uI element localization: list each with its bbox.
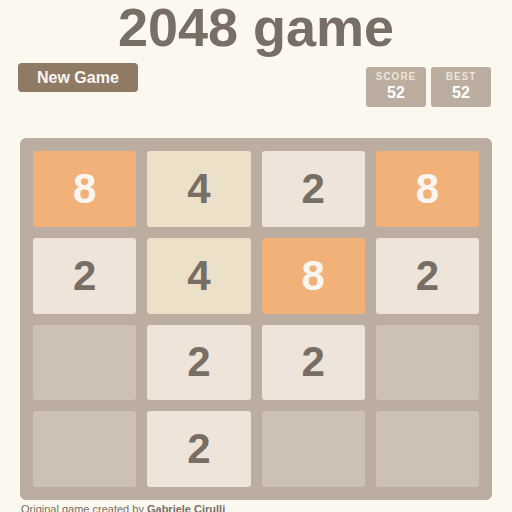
score-panel: SCORE 52 BEST 52 <box>366 67 491 107</box>
empty-cell <box>33 411 136 487</box>
empty-cell <box>262 411 365 487</box>
tile-2: 2 <box>147 411 250 487</box>
score-box: SCORE 52 <box>366 67 426 107</box>
footer-credit: Original game created by Gabriele Cirull… <box>21 503 225 512</box>
empty-cell <box>376 325 479 401</box>
best-box: BEST 52 <box>431 67 491 107</box>
empty-cell <box>376 411 479 487</box>
board[interactable]: 84282482222 <box>20 138 492 500</box>
tile-2: 2 <box>147 325 250 401</box>
best-value: 52 <box>452 83 470 102</box>
footer-link[interactable]: Gabriele Cirulli <box>147 503 225 512</box>
new-game-button[interactable]: New Game <box>18 63 138 92</box>
page-title: 2048 game <box>0 0 512 55</box>
tile-4: 4 <box>147 238 250 314</box>
footer-text: Original game created by <box>21 503 147 512</box>
tile-2: 2 <box>262 325 365 401</box>
tile-8: 8 <box>262 238 365 314</box>
empty-cell <box>33 325 136 401</box>
tile-2: 2 <box>376 238 479 314</box>
tile-2: 2 <box>33 238 136 314</box>
tile-4: 4 <box>147 151 250 227</box>
score-label: SCORE <box>376 71 417 83</box>
best-label: BEST <box>446 71 477 83</box>
tile-8: 8 <box>33 151 136 227</box>
tile-2: 2 <box>262 151 365 227</box>
tile-8: 8 <box>376 151 479 227</box>
score-value: 52 <box>387 83 405 102</box>
